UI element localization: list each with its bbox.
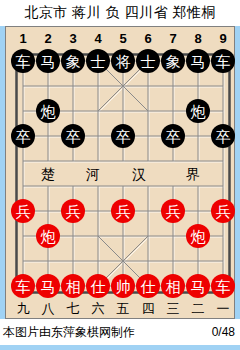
- column-label-bottom: 五: [111, 301, 135, 317]
- piece-red-兵: 兵: [61, 199, 85, 223]
- piece-black-马: 马: [36, 49, 60, 73]
- piece-red-车: 车: [211, 274, 235, 298]
- column-label-bottom: 七: [61, 301, 85, 317]
- piece-black-炮: 炮: [186, 99, 210, 123]
- move-counter: 0/48: [212, 325, 235, 339]
- column-label-top: 7: [161, 31, 185, 47]
- river-label: 界: [185, 166, 201, 182]
- column-label-bottom: 六: [86, 301, 110, 317]
- piece-red-相: 相: [61, 274, 85, 298]
- piece-black-炮: 炮: [36, 99, 60, 123]
- column-label-bottom: 八: [36, 301, 60, 317]
- piece-red-炮: 炮: [36, 224, 60, 248]
- piece-red-仕: 仕: [86, 274, 110, 298]
- column-label-top: 6: [136, 31, 160, 47]
- piece-black-卒: 卒: [211, 124, 235, 148]
- piece-black-象: 象: [61, 49, 85, 73]
- piece-red-马: 马: [186, 274, 210, 298]
- column-label-top: 4: [86, 31, 110, 47]
- column-label-bottom: 三: [161, 301, 185, 317]
- column-label-bottom: 一: [211, 301, 235, 317]
- piece-red-兵: 兵: [211, 199, 235, 223]
- piece-red-兵: 兵: [11, 199, 35, 223]
- column-label-top: 1: [11, 31, 35, 47]
- piece-black-将: 将: [111, 49, 135, 73]
- match-title: 北京市 蒋川 负 四川省 郑惟桐: [0, 0, 240, 26]
- piece-black-卒: 卒: [161, 124, 185, 148]
- piece-red-相: 相: [161, 274, 185, 298]
- piece-black-马: 马: [186, 49, 210, 73]
- xiangqi-diagram: 北京市 蒋川 负 四川省 郑惟桐 123456789 楚河汉界 车马象士将士象马…: [0, 0, 240, 350]
- piece-red-车: 车: [11, 274, 35, 298]
- piece-black-车: 车: [11, 49, 35, 73]
- piece-red-仕: 仕: [136, 274, 160, 298]
- board: 123456789 楚河汉界 车马象士将士象马车炮炮卒卒卒卒卒兵兵兵兵兵炮炮车马…: [5, 26, 235, 319]
- column-label-bottom: 九: [11, 301, 35, 317]
- column-label-top: 3: [61, 31, 85, 47]
- column-label-bottom: 四: [136, 301, 160, 317]
- piece-red-炮: 炮: [186, 224, 210, 248]
- piece-black-卒: 卒: [61, 124, 85, 148]
- river-label: 河: [85, 166, 101, 182]
- column-label-top: 5: [111, 31, 135, 47]
- river-label: 汉: [131, 166, 147, 182]
- piece-black-士: 士: [136, 49, 160, 73]
- column-label-top: 9: [211, 31, 235, 47]
- column-label-top: 2: [36, 31, 60, 47]
- column-label-top: 8: [186, 31, 210, 47]
- river-label: 楚: [40, 166, 56, 182]
- piece-black-卒: 卒: [111, 124, 135, 148]
- piece-red-兵: 兵: [161, 199, 185, 223]
- piece-red-兵: 兵: [111, 199, 135, 223]
- piece-black-象: 象: [161, 49, 185, 73]
- piece-black-卒: 卒: [11, 124, 35, 148]
- piece-red-马: 马: [36, 274, 60, 298]
- piece-black-车: 车: [211, 49, 235, 73]
- column-label-bottom: 二: [186, 301, 210, 317]
- credit-text: 本图片由东萍象棋网制作: [3, 324, 212, 341]
- piece-red-帅: 帅: [111, 274, 135, 298]
- piece-black-士: 士: [86, 49, 110, 73]
- footer-bar: 本图片由东萍象棋网制作 0/48: [0, 319, 240, 345]
